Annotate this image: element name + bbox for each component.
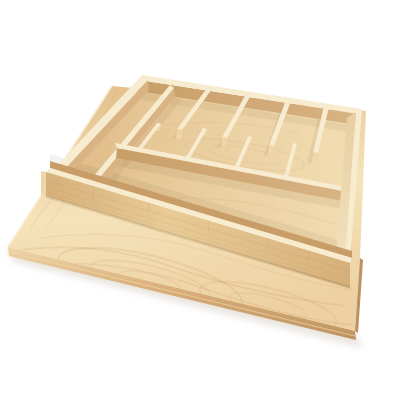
product-photo	[0, 0, 400, 400]
cutlery-tray-illustration	[0, 0, 400, 400]
tall-divider-3-end	[268, 145, 274, 155]
front-wall-end-cap	[41, 171, 46, 196]
tall-divider-4-end	[312, 152, 318, 162]
tall-divider-2-end	[221, 137, 227, 147]
tall-divider-1-end	[176, 129, 182, 139]
